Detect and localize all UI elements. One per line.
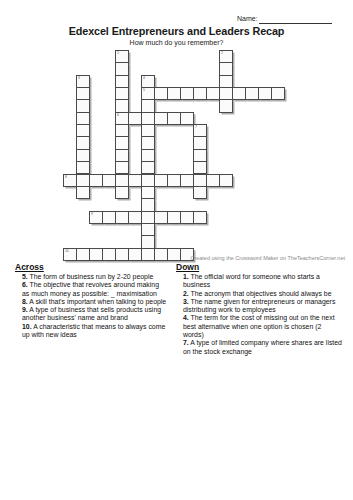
grid-cell-r4c4[interactable] (115, 99, 129, 112)
grid-cell-r12c6[interactable] (141, 198, 155, 211)
clue-text: A type of limited company where shares a… (183, 339, 342, 354)
grid-cell-r13c3[interactable] (102, 211, 116, 224)
clue-number-label: 10. (22, 323, 32, 330)
across-clue-8: 8. A skill that's important when talking… (22, 298, 168, 306)
grid-cell-r3c11[interactable] (206, 87, 220, 100)
grid-cell-r7c10[interactable] (193, 136, 207, 149)
grid-cell-r3c1[interactable] (76, 87, 90, 100)
clue-number-5: 5 (143, 88, 145, 91)
grid-cell-r9c4[interactable] (115, 161, 129, 174)
grid-cell-r11c1[interactable] (76, 186, 90, 199)
grid-cell-r10c5[interactable] (128, 174, 142, 187)
grid-cell-r10c6[interactable] (141, 174, 155, 187)
page-subtitle: How much do you remember? (0, 39, 353, 46)
grid-cell-r2c6[interactable]: 4 (141, 75, 155, 88)
grid-cell-r14c6[interactable] (141, 223, 155, 236)
page-title: Edexcel Entrepreneurs and Leaders Recap (0, 25, 353, 37)
clue-text: The term for the cost of missing out on … (183, 314, 335, 338)
clue-number-8: 8 (65, 175, 67, 178)
grid-cell-r11c10[interactable] (193, 186, 207, 199)
down-clue-1: 1. The official word for someone who sta… (183, 273, 342, 290)
grid-cell-r10c3[interactable] (102, 174, 116, 187)
grid-cell-r11c4[interactable] (115, 186, 129, 199)
grid-cell-r5c5[interactable] (128, 112, 142, 125)
grid-cell-r7c6[interactable] (141, 136, 155, 149)
grid-cell-r7c4[interactable] (115, 136, 129, 149)
across-clue-5: 5. The form of business run by 2-20 peop… (22, 273, 168, 281)
grid-cell-r5c8[interactable] (167, 112, 181, 125)
grid-cell-r10c12[interactable] (219, 174, 233, 187)
grid-cell-r6c1[interactable] (76, 124, 90, 137)
grid-cell-r13c5[interactable] (128, 211, 142, 224)
grid-cell-r4c12[interactable] (219, 99, 233, 112)
clue-text: A type of business that sells products u… (22, 306, 161, 321)
grid-cell-r3c12[interactable] (219, 87, 233, 100)
clue-text: The official word for someone who starts… (183, 273, 320, 288)
down-heading: Down (176, 262, 342, 272)
grid-cell-r5c1[interactable] (76, 112, 90, 125)
grid-cell-r9c10[interactable] (193, 161, 207, 174)
grid-cell-r1c4[interactable] (115, 62, 129, 75)
grid-cell-r6c6[interactable] (141, 124, 155, 137)
grid-cell-r4c6[interactable] (141, 99, 155, 112)
crossword-grid: 12345678910 (63, 50, 285, 260)
grid-cell-r13c10[interactable] (193, 211, 207, 224)
across-clue-list: 5. The form of business run by 2-20 peop… (15, 273, 168, 339)
clue-number-9: 9 (91, 212, 93, 215)
grid-cell-r2c1[interactable]: 3 (76, 75, 90, 88)
grid-cell-r5c9[interactable] (180, 112, 194, 125)
name-label: Name: (237, 15, 258, 22)
name-input-line[interactable] (259, 23, 332, 24)
grid-cell-r8c4[interactable] (115, 149, 129, 162)
grid-cell-r13c7[interactable] (154, 211, 168, 224)
grid-cell-r9c1[interactable] (76, 161, 90, 174)
down-clue-2: 2. The acronym that objectives should al… (183, 290, 342, 298)
grid-cell-r15c6[interactable] (141, 235, 155, 248)
grid-cell-r6c4[interactable] (115, 124, 129, 137)
grid-cell-r10c9[interactable] (180, 174, 194, 187)
clue-text: The name given for entrepreneurs or mana… (183, 298, 335, 313)
crossword-worksheet-page: { "game": "crossword", "header": { "name… (0, 0, 353, 500)
grid-cell-r10c10[interactable] (193, 174, 207, 187)
grid-cell-r2c4[interactable] (115, 75, 129, 88)
grid-cell-r13c2[interactable]: 9 (89, 211, 103, 224)
grid-cell-r3c13[interactable] (232, 87, 246, 100)
clue-text: The objective that revolves around makin… (22, 281, 159, 296)
grid-cell-r10c7[interactable] (154, 174, 168, 187)
clue-text: The acronym that objectives should alway… (189, 290, 332, 297)
grid-cell-r8c6[interactable] (141, 149, 155, 162)
grid-cell-r9c6[interactable] (141, 161, 155, 174)
clue-number-7: 7 (195, 125, 197, 128)
grid-cell-r3c10[interactable] (193, 87, 207, 100)
grid-cell-r1c12[interactable] (219, 62, 233, 75)
grid-cell-r10c0[interactable]: 8 (63, 174, 77, 187)
grid-cell-r7c1[interactable] (76, 136, 90, 149)
grid-cell-r4c1[interactable] (76, 99, 90, 112)
grid-cell-r10c11[interactable] (206, 174, 220, 187)
grid-cell-r0c12[interactable]: 2 (219, 50, 233, 63)
clue-text: A skill that's important when talking to… (28, 298, 166, 305)
grid-cell-r5c4[interactable]: 6 (115, 112, 129, 125)
down-clue-list: 1. The official word for someone who sta… (176, 273, 342, 356)
clue-number-1: 1 (117, 51, 119, 54)
grid-cell-r8c1[interactable] (76, 149, 90, 162)
grid-cell-r5c6[interactable] (141, 112, 155, 125)
grid-cell-r5c7[interactable] (154, 112, 168, 125)
across-heading: Across (15, 262, 168, 272)
grid-cell-r13c9[interactable] (180, 211, 194, 224)
clue-number-4: 4 (143, 76, 145, 79)
grid-cell-r3c9[interactable] (180, 87, 194, 100)
down-clue-3: 3. The name given for entrepreneurs or m… (183, 298, 342, 315)
grid-cell-r10c4[interactable] (115, 174, 129, 187)
grid-cell-r13c6[interactable] (141, 211, 155, 224)
grid-cell-r3c6[interactable]: 5 (141, 87, 155, 100)
across-clues-section: Across 5. The form of business run by 2-… (15, 262, 168, 339)
grid-cell-r3c14[interactable] (245, 87, 259, 100)
grid-cell-r13c8[interactable] (167, 211, 181, 224)
down-clue-4: 4. The term for the cost of missing out … (183, 314, 342, 339)
grid-cell-r10c2[interactable] (89, 174, 103, 187)
grid-cell-r3c8[interactable] (167, 87, 181, 100)
grid-cell-r6c10[interactable]: 7 (193, 124, 207, 137)
grid-cell-r11c6[interactable] (141, 186, 155, 199)
across-clue-6: 6. The objective that revolves around ma… (22, 281, 168, 298)
clue-number-2: 2 (221, 51, 223, 54)
grid-cell-r2c12[interactable] (219, 75, 233, 88)
grid-cell-r10c1[interactable] (76, 174, 90, 187)
attribution-text: Created using the Crossword Maker on The… (0, 255, 345, 261)
down-clue-7: 7. A type of limited company where share… (183, 339, 342, 356)
clue-number-10: 10 (65, 249, 69, 252)
grid-cell-r3c7[interactable] (154, 87, 168, 100)
grid-cell-r13c4[interactable] (115, 211, 129, 224)
across-clue-10: 10. A characteristic that means to alway… (22, 323, 168, 340)
grid-cell-r3c16[interactable] (271, 87, 285, 100)
clue-number-3: 3 (78, 76, 80, 79)
across-clue-9: 9. A type of business that sells product… (22, 306, 168, 323)
grid-cell-r0c4[interactable]: 1 (115, 50, 129, 63)
grid-cell-r10c8[interactable] (167, 174, 181, 187)
clue-text: A characteristic that means to always co… (22, 323, 165, 338)
clue-number-6: 6 (117, 113, 119, 116)
grid-cell-r8c10[interactable] (193, 149, 207, 162)
clue-text: The form of business run by 2-20 people (28, 273, 154, 280)
grid-cell-r3c4[interactable] (115, 87, 129, 100)
down-clues-section: Down 1. The official word for someone wh… (176, 262, 342, 356)
grid-cell-r3c15[interactable] (258, 87, 272, 100)
